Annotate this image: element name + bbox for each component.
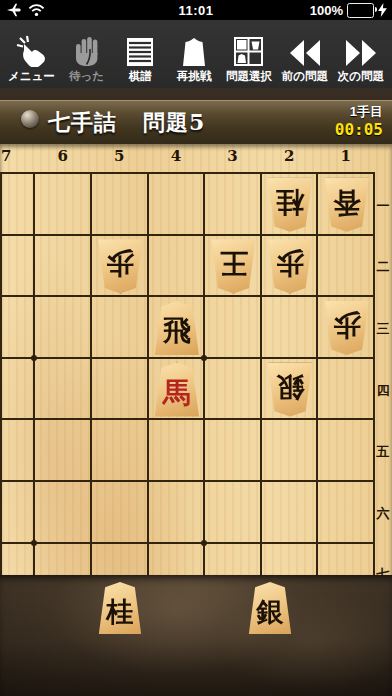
- board-left-clip-line: [0, 172, 2, 575]
- board-cell-5-6[interactable]: [92, 482, 149, 544]
- board-cell-2-5[interactable]: [262, 420, 319, 482]
- rank-label-7: 七: [373, 566, 392, 575]
- toolbar-label: メニュー: [8, 71, 55, 83]
- problem-title: 七手詰問題5: [48, 108, 205, 138]
- rank-label-3: 三: [373, 320, 392, 338]
- status-bar: 11:01 100%: [0, 0, 392, 20]
- battery-icon: [347, 3, 374, 18]
- board-cell-1-6[interactable]: [318, 482, 375, 544]
- board-cell-1-5[interactable]: [318, 420, 375, 482]
- toolbar-button-menu[interactable]: メニュー: [8, 24, 55, 88]
- board-cell-6-2[interactable]: [35, 236, 92, 298]
- piece-kanji: 王: [220, 249, 248, 277]
- board-cell-3-3[interactable]: [205, 297, 262, 359]
- board-cell-7-3[interactable]: [0, 297, 35, 359]
- app-screen: 11:01 100% メニュー: [0, 0, 392, 696]
- hand-piece-銀[interactable]: 銀: [248, 582, 293, 634]
- board-cell-7-1[interactable]: [0, 174, 35, 236]
- toolbar-button-kifu[interactable]: 棋譜: [118, 24, 162, 88]
- board-cell-3-1[interactable]: [205, 174, 262, 236]
- board-cell-2-6[interactable]: [262, 482, 319, 544]
- record-list-icon: [125, 31, 155, 67]
- file-label-3: 3: [218, 147, 248, 165]
- file-label-7: 7: [0, 147, 21, 165]
- board-cell-6-6[interactable]: [35, 482, 92, 544]
- hand-tray: 桂銀: [0, 575, 392, 696]
- rank-label-4: 四: [373, 382, 392, 400]
- board-cell-7-5[interactable]: [0, 420, 35, 482]
- board-cell-7-4[interactable]: [0, 359, 35, 421]
- toolbar-button-next[interactable]: 次の問題: [338, 24, 384, 88]
- piece-kanji: 歩: [276, 249, 304, 277]
- toolbar-button-retry[interactable]: 再挑戦: [172, 24, 216, 88]
- board-cell-3-6[interactable]: [205, 482, 262, 544]
- problem-header: 七手詰問題5 1手目 00:05: [0, 100, 392, 144]
- board-cell-7-6[interactable]: [0, 482, 35, 544]
- toolbar-button-matta[interactable]: 待った: [65, 24, 109, 88]
- board-cell-7-7[interactable]: [0, 544, 35, 575]
- charging-bolt-icon: [378, 3, 387, 17]
- hand-piece-桂[interactable]: 桂: [98, 582, 143, 634]
- shogi-piece-icon: [180, 31, 208, 67]
- board-cell-5-4[interactable]: [92, 359, 149, 421]
- toolbar-button-prev[interactable]: 前の問題: [282, 24, 328, 88]
- piece-kanji: 歩: [106, 249, 134, 277]
- board-cell-4-5[interactable]: [149, 420, 206, 482]
- piece-kanji: 銀: [276, 373, 304, 401]
- toolbar-label: 前の問題: [282, 71, 328, 83]
- board-cell-5-1[interactable]: [92, 174, 149, 236]
- file-label-6: 6: [48, 147, 78, 165]
- status-right: 100%: [310, 0, 387, 20]
- file-label-5: 5: [104, 147, 134, 165]
- board-cell-4-2[interactable]: [149, 236, 206, 298]
- board-cell-1-4[interactable]: [318, 359, 375, 421]
- move-counter: 1手目: [335, 104, 383, 120]
- board-cell-6-4[interactable]: [35, 359, 92, 421]
- battery-percent: 100%: [310, 3, 343, 18]
- toolbar-label: 次の問題: [338, 71, 384, 83]
- toolbar-button-select[interactable]: 問題選択: [226, 24, 272, 88]
- rewind-icon: [289, 31, 321, 67]
- board-cell-1-2[interactable]: [318, 236, 375, 298]
- board-cell-3-7[interactable]: [205, 544, 262, 575]
- toolbar: メニュー 待った: [0, 20, 392, 88]
- board-cell-1-7[interactable]: [318, 544, 375, 575]
- board-cell-6-3[interactable]: [35, 297, 92, 359]
- palm-hand-icon: [73, 31, 101, 67]
- file-label-4: 4: [161, 147, 191, 165]
- star-point: [201, 355, 207, 361]
- board-cell-4-7[interactable]: [149, 544, 206, 575]
- toolbar-label: 棋譜: [129, 71, 152, 83]
- board-cell-2-7[interactable]: [262, 544, 319, 575]
- shogi-board[interactable]: 7654321 一二三四五六七 桂香歩王歩飛歩馬銀: [0, 144, 392, 575]
- piece-kanji: 飛: [163, 317, 191, 345]
- problem-grid-icon: [233, 31, 264, 67]
- rank-label-5: 五: [373, 443, 392, 461]
- board-cell-2-3[interactable]: [262, 297, 319, 359]
- board-cell-6-7[interactable]: [35, 544, 92, 575]
- star-point: [201, 540, 207, 546]
- toolbar-label: 待った: [69, 71, 104, 83]
- piece-kanji: 桂: [276, 188, 304, 216]
- rank-label-2: 二: [373, 258, 392, 276]
- rank-label-6: 六: [373, 505, 392, 523]
- piece-kanji: 桂: [107, 598, 134, 625]
- tap-hand-icon: [15, 31, 47, 67]
- board-cell-5-5[interactable]: [92, 420, 149, 482]
- board-cell-3-5[interactable]: [205, 420, 262, 482]
- board-cell-3-4[interactable]: [205, 359, 262, 421]
- board-cell-5-3[interactable]: [92, 297, 149, 359]
- piece-kanji: 香: [333, 188, 361, 216]
- board-cell-4-1[interactable]: [149, 174, 206, 236]
- board-cell-7-2[interactable]: [0, 236, 35, 298]
- piece-kanji: 馬: [163, 379, 191, 407]
- status-orb-icon: [21, 110, 39, 128]
- toolbar-label: 再挑戦: [177, 71, 212, 83]
- file-label-1: 1: [331, 147, 361, 165]
- problem-number: 問題5: [143, 109, 205, 135]
- piece-kanji: 歩: [333, 311, 361, 339]
- piece-kanji: 銀: [257, 598, 284, 625]
- board-cell-6-1[interactable]: [35, 174, 92, 236]
- rank-label-1: 一: [373, 197, 392, 215]
- header-right: 1手目 00:05: [335, 104, 383, 140]
- fast-forward-icon: [345, 31, 377, 67]
- timer: 00:05: [335, 120, 383, 140]
- toolbar-label: 問題選択: [226, 71, 272, 83]
- board-cell-6-5[interactable]: [35, 420, 92, 482]
- problem-type: 七手詰: [48, 109, 117, 135]
- file-label-2: 2: [274, 147, 304, 165]
- board-cell-4-6[interactable]: [149, 482, 206, 544]
- board-cell-5-7[interactable]: [92, 544, 149, 575]
